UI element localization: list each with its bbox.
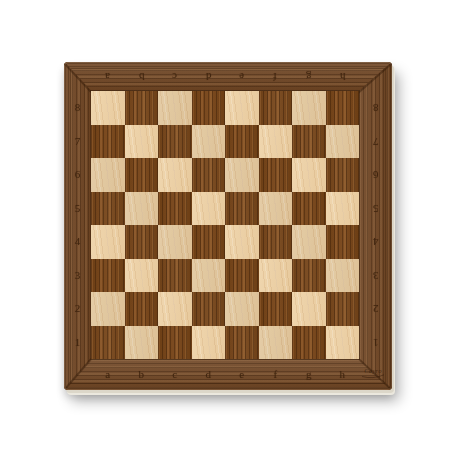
- square-a3[interactable]: [91, 259, 125, 293]
- files-bottom-label-f: f: [273, 369, 277, 380]
- ranks-right-label-6: 6: [373, 169, 379, 180]
- files-top-label-e: e: [239, 71, 244, 82]
- files-bottom-label-b: b: [139, 369, 145, 380]
- ranks-left-label-6: 6: [75, 169, 81, 180]
- square-d7[interactable]: [192, 125, 226, 159]
- square-a2[interactable]: [91, 292, 125, 326]
- square-g5[interactable]: [292, 192, 326, 226]
- files-top-label-c: c: [172, 71, 177, 82]
- square-f5[interactable]: [259, 192, 293, 226]
- square-f2[interactable]: [259, 292, 293, 326]
- files-top: abcdefgh: [91, 62, 359, 91]
- square-b8[interactable]: [125, 91, 159, 125]
- square-f6[interactable]: [259, 158, 293, 192]
- ranks-left-label-3: 3: [75, 270, 81, 281]
- files-top-label-f: f: [273, 71, 277, 82]
- files-bottom-label-d: d: [206, 369, 212, 380]
- square-g6[interactable]: [292, 158, 326, 192]
- ranks-right-label-7: 7: [373, 136, 379, 147]
- square-g8[interactable]: [292, 91, 326, 125]
- ranks-right-label-8: 8: [373, 102, 379, 113]
- files-bottom: abcdefgh: [91, 359, 359, 390]
- ranks-left-label-8: 8: [75, 102, 81, 113]
- ranks-left-label-5: 5: [75, 203, 81, 214]
- square-d1[interactable]: [192, 326, 226, 360]
- square-f4[interactable]: [259, 225, 293, 259]
- square-b4[interactable]: [125, 225, 159, 259]
- square-a4[interactable]: [91, 225, 125, 259]
- square-e5[interactable]: [225, 192, 259, 226]
- files-bottom-label-g: g: [306, 369, 312, 380]
- square-a1[interactable]: [91, 326, 125, 360]
- square-e6[interactable]: [225, 158, 259, 192]
- files-top-label-d: d: [206, 71, 212, 82]
- square-c4[interactable]: [158, 225, 192, 259]
- square-c2[interactable]: [158, 292, 192, 326]
- square-b3[interactable]: [125, 259, 159, 293]
- ranks-left-label-4: 4: [75, 236, 81, 247]
- square-b7[interactable]: [125, 125, 159, 159]
- square-a8[interactable]: [91, 91, 125, 125]
- square-h8[interactable]: [326, 91, 360, 125]
- ranks-right-label-4: 4: [373, 236, 379, 247]
- square-g3[interactable]: [292, 259, 326, 293]
- square-f7[interactable]: [259, 125, 293, 159]
- square-a5[interactable]: [91, 192, 125, 226]
- square-e4[interactable]: [225, 225, 259, 259]
- square-b6[interactable]: [125, 158, 159, 192]
- square-h7[interactable]: [326, 125, 360, 159]
- square-b5[interactable]: [125, 192, 159, 226]
- product-photo-stage: abcdefgh abcdefgh 87654321 87654321 Cayr…: [0, 0, 458, 458]
- square-d8[interactable]: [192, 91, 226, 125]
- square-h2[interactable]: [326, 292, 360, 326]
- square-d4[interactable]: [192, 225, 226, 259]
- square-c7[interactable]: [158, 125, 192, 159]
- chess-board: abcdefgh abcdefgh 87654321 87654321 Cayr…: [64, 62, 392, 390]
- square-e1[interactable]: [225, 326, 259, 360]
- square-h1[interactable]: [326, 326, 360, 360]
- square-c6[interactable]: [158, 158, 192, 192]
- ranks-left-label-2: 2: [75, 303, 81, 314]
- square-f8[interactable]: [259, 91, 293, 125]
- ranks-right: 87654321: [359, 91, 392, 359]
- square-f3[interactable]: [259, 259, 293, 293]
- square-a7[interactable]: [91, 125, 125, 159]
- files-top-label-g: g: [306, 71, 312, 82]
- square-h4[interactable]: [326, 225, 360, 259]
- square-a6[interactable]: [91, 158, 125, 192]
- ranks-right-label-1: 1: [373, 337, 379, 348]
- square-g1[interactable]: [292, 326, 326, 360]
- square-c5[interactable]: [158, 192, 192, 226]
- ranks-left-label-1: 1: [75, 337, 81, 348]
- square-e8[interactable]: [225, 91, 259, 125]
- files-top-label-h: h: [340, 71, 346, 82]
- square-e7[interactable]: [225, 125, 259, 159]
- square-g4[interactable]: [292, 225, 326, 259]
- square-c3[interactable]: [158, 259, 192, 293]
- files-top-label-b: b: [139, 71, 145, 82]
- square-g7[interactable]: [292, 125, 326, 159]
- square-d5[interactable]: [192, 192, 226, 226]
- ranks-right-label-2: 2: [373, 303, 379, 314]
- files-bottom-label-h: h: [340, 369, 346, 380]
- square-c1[interactable]: [158, 326, 192, 360]
- files-bottom-label-c: c: [172, 369, 177, 380]
- ranks-right-label-5: 5: [373, 203, 379, 214]
- board-grid: [91, 91, 359, 359]
- square-g2[interactable]: [292, 292, 326, 326]
- files-bottom-label-a: a: [105, 369, 110, 380]
- square-c8[interactable]: [158, 91, 192, 125]
- files-bottom-label-e: e: [239, 369, 244, 380]
- files-top-label-a: a: [105, 71, 110, 82]
- square-d2[interactable]: [192, 292, 226, 326]
- square-b1[interactable]: [125, 326, 159, 360]
- square-h6[interactable]: [326, 158, 360, 192]
- square-d6[interactable]: [192, 158, 226, 192]
- square-f1[interactable]: [259, 326, 293, 360]
- square-e3[interactable]: [225, 259, 259, 293]
- ranks-left: 87654321: [64, 91, 91, 359]
- ranks-left-label-7: 7: [75, 136, 81, 147]
- square-h3[interactable]: [326, 259, 360, 293]
- square-d3[interactable]: [192, 259, 226, 293]
- brand-mark: Cayro: [359, 368, 387, 381]
- ranks-right-label-3: 3: [373, 270, 379, 281]
- square-h5[interactable]: [326, 192, 360, 226]
- square-e2[interactable]: [225, 292, 259, 326]
- square-b2[interactable]: [125, 292, 159, 326]
